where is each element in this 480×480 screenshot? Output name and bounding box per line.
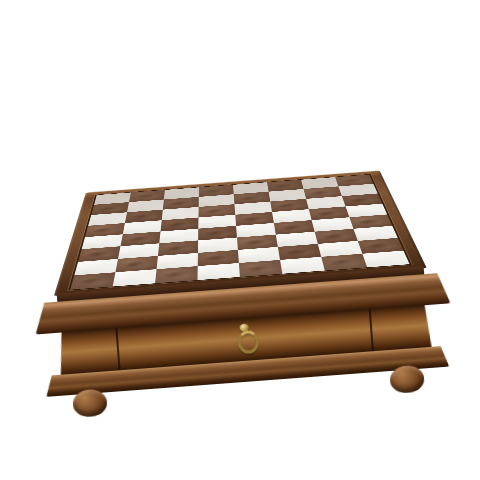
ring-icon	[236, 330, 259, 355]
square-c1	[155, 266, 198, 283]
photo-background	[0, 0, 480, 480]
square-b1	[113, 269, 157, 286]
square-g1	[321, 254, 367, 271]
square-a1	[70, 272, 115, 289]
square-f1	[280, 257, 325, 274]
bun-foot-right	[389, 365, 425, 394]
brass-ring-pull	[232, 323, 256, 357]
square-d1	[198, 263, 240, 280]
bun-foot-left	[72, 388, 108, 417]
square-e1	[239, 260, 282, 277]
chess-box	[21, 137, 461, 448]
square-h1	[362, 251, 409, 268]
